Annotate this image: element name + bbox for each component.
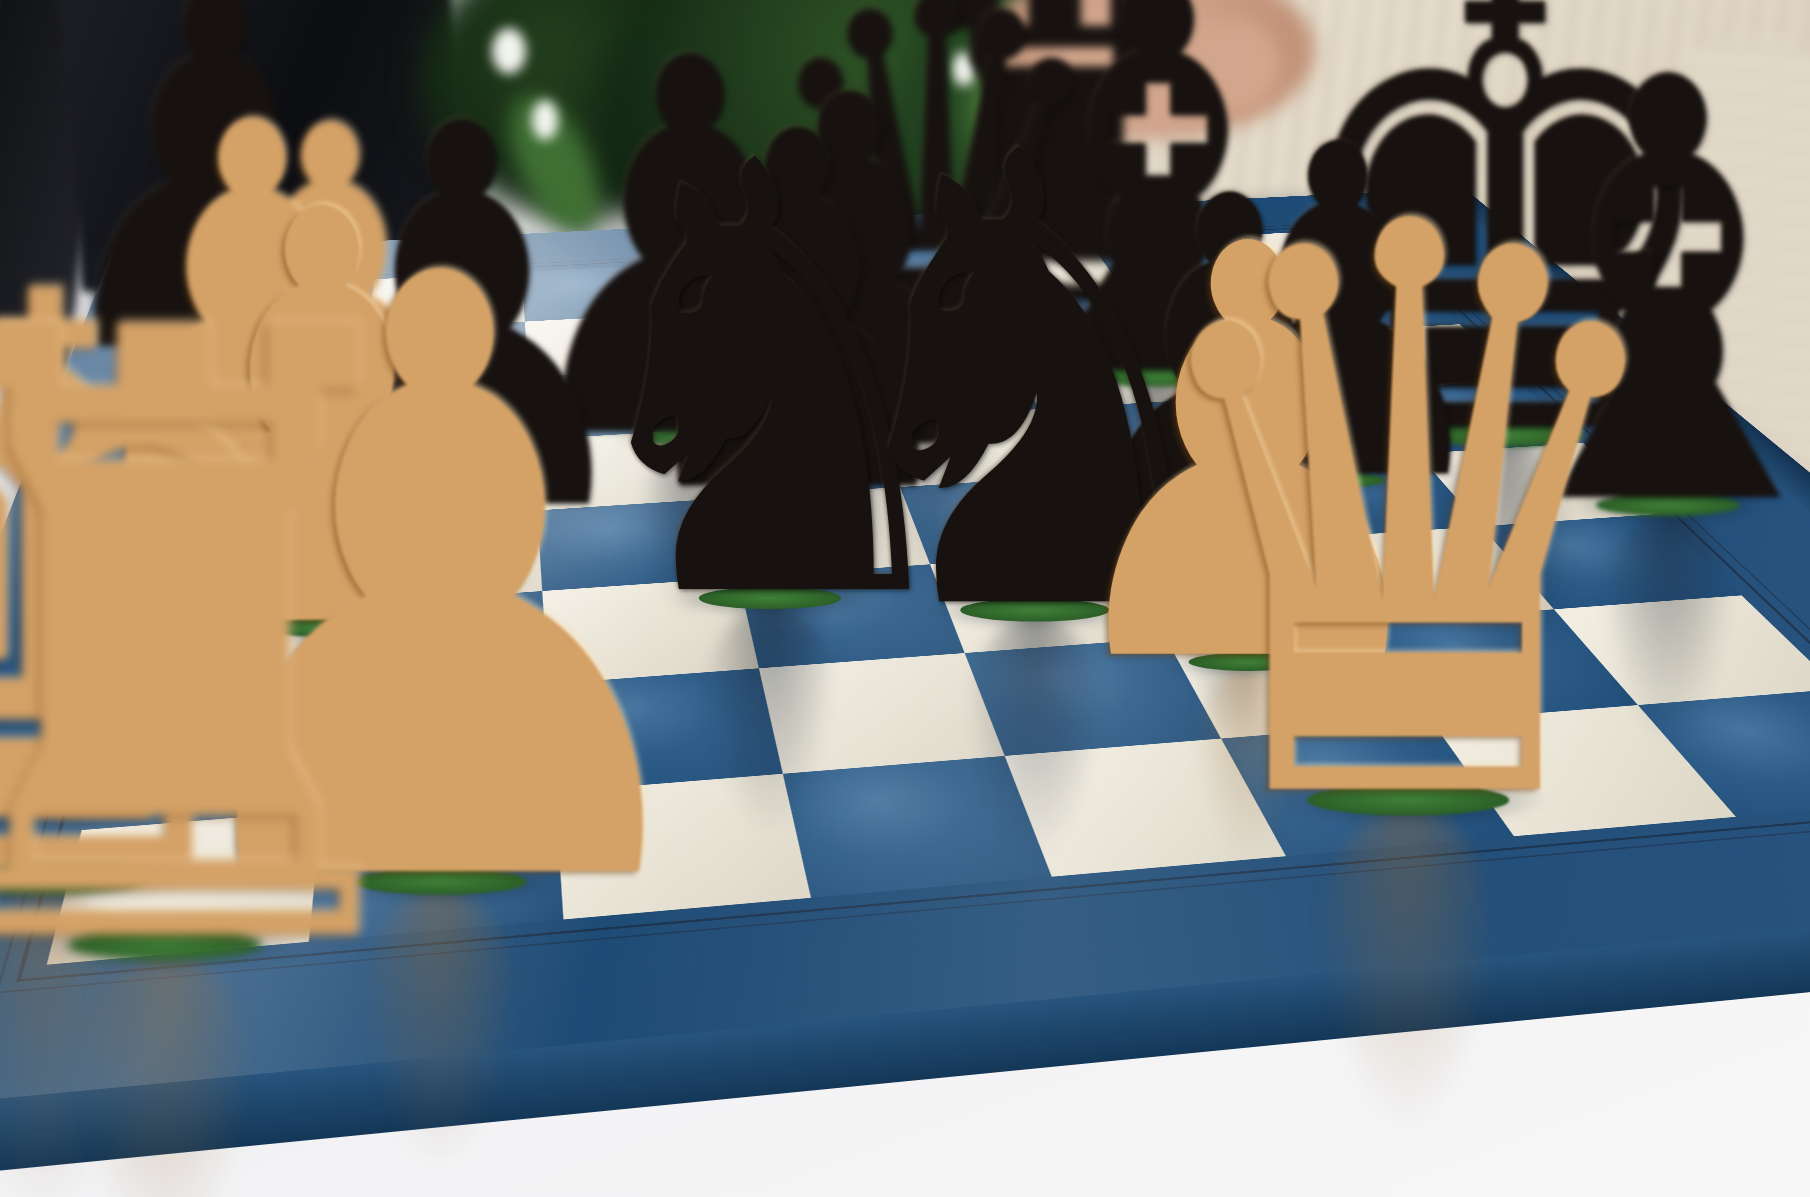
piece-glyph-rook: ♜ <box>0 225 473 1062</box>
piece-glyph-queen: ♛ <box>1120 126 1696 910</box>
scene: ♜♟♛♝♚♟♟♟♟♟♟♝♟♟♞♞♟♟♛♚♟♜ <box>0 0 1810 1197</box>
